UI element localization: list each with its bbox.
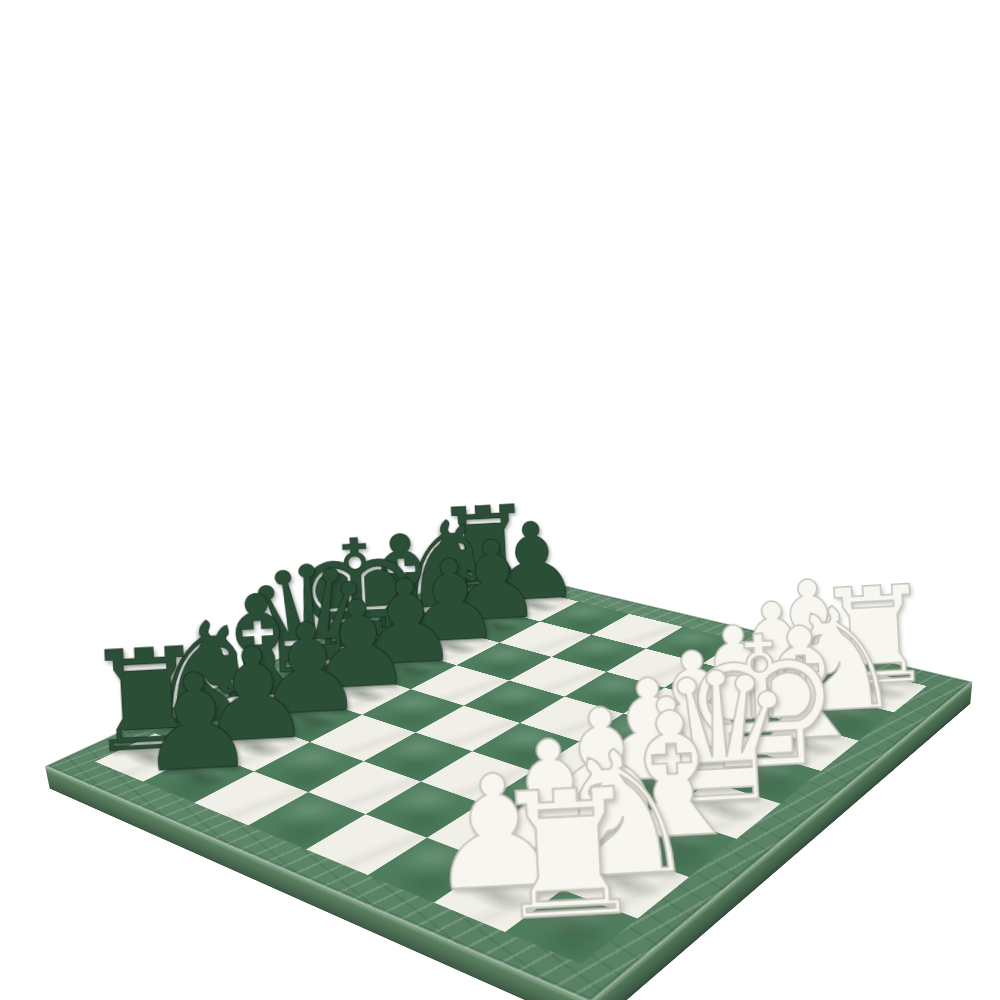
square-b5[interactable] [308,761,421,814]
square-b6[interactable] [254,742,364,792]
square-a5[interactable] [248,792,365,849]
square-a4[interactable] [306,814,427,875]
pawn-glyph: ♟ [134,668,258,780]
piece-black-pawn-a7[interactable]: ♟ [126,593,261,780]
piece-white-rook-a1[interactable]: ♜ [483,701,648,929]
rook-glyph: ♜ [486,782,649,929]
chess-board: ♜♞♟♝♟♚♟♛♟♝♟♞♟♟♜♟♟♜♟♟♞♟♝♟♚♟♛♟♝♟♞♜ [45,565,972,1000]
